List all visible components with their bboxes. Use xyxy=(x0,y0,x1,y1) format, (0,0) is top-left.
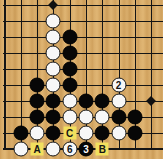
white-stone-E4 xyxy=(62,93,77,108)
black-stone-C5 xyxy=(30,77,45,92)
black-stone-J3 xyxy=(127,110,142,125)
board-horizontal-line xyxy=(3,69,163,70)
black-stone-G2 xyxy=(95,126,110,141)
black-stone-J2 xyxy=(127,126,142,141)
white-stone-H4 xyxy=(111,93,126,108)
black-stone-D3 xyxy=(46,110,61,125)
board-horizontal-line xyxy=(3,5,163,6)
black-stone-B2 xyxy=(13,126,28,141)
board-horizontal-line xyxy=(3,53,163,54)
board-horizontal-line xyxy=(3,21,163,22)
white-stone-F3 xyxy=(79,110,94,125)
black-stone-D2 xyxy=(46,126,61,141)
black-stone-E5 xyxy=(62,77,77,92)
black-stone-E6 xyxy=(62,61,77,76)
black-stone-F4 xyxy=(79,93,94,108)
black-stone-C3 xyxy=(30,110,45,125)
white-stone-H5: 2 xyxy=(111,77,126,92)
white-stone-H2 xyxy=(111,126,126,141)
black-stone-G4 xyxy=(95,93,110,108)
point-label-B-G1: B xyxy=(96,143,109,156)
board-left-edge-line xyxy=(4,0,6,150)
point-label-A-C1: A xyxy=(31,143,44,156)
white-stone-D7 xyxy=(46,45,61,60)
white-stone-C2 xyxy=(30,126,45,141)
star-point-D10 xyxy=(48,0,58,9)
board-horizontal-line xyxy=(3,85,163,86)
white-stone-F2 xyxy=(79,126,94,141)
black-stone-C4 xyxy=(30,93,45,108)
board-vertical-line xyxy=(151,0,152,150)
white-stone-D9 xyxy=(46,13,61,28)
star-point-K4 xyxy=(146,96,156,106)
white-stone-D5 xyxy=(46,77,61,92)
black-stone-H3 xyxy=(111,110,126,125)
white-stone-E3 xyxy=(62,110,77,125)
white-stone-B1 xyxy=(13,142,28,157)
black-stone-D4 xyxy=(46,93,61,108)
white-stone-E1: 6 xyxy=(62,142,77,157)
black-stone-E8 xyxy=(62,29,77,44)
white-stone-G3 xyxy=(95,110,110,125)
white-stone-D8 xyxy=(46,29,61,44)
go-board-diagram: 263 ABC xyxy=(0,0,163,159)
point-label-C-E2: C xyxy=(63,127,76,140)
black-stone-F1: 3 xyxy=(79,142,94,157)
white-stone-D6 xyxy=(46,61,61,76)
white-stone-D1 xyxy=(46,142,61,157)
black-stone-E7 xyxy=(62,45,77,60)
board-horizontal-line xyxy=(3,37,163,38)
